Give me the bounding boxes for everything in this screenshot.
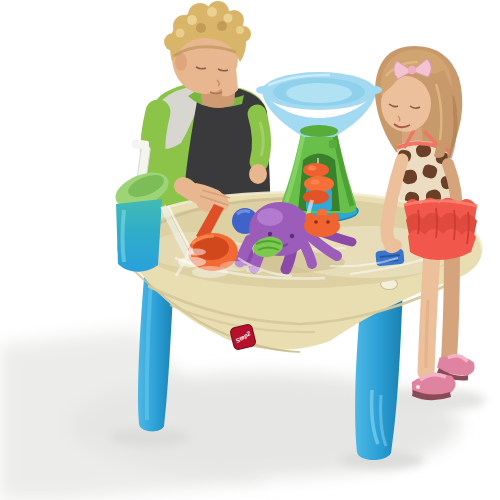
octopus-eye <box>290 234 294 238</box>
crab-eye <box>326 220 330 224</box>
product-photo: Step2 <box>0 0 500 500</box>
step2-logo-badge: Step2 <box>230 324 257 351</box>
boy-far-hand <box>249 164 267 184</box>
scene-illustration: Step2 <box>0 0 500 500</box>
girl-tutu <box>404 198 477 260</box>
crab-eye <box>314 220 318 224</box>
octopus-eye <box>268 232 272 236</box>
tower-emboss <box>329 140 337 148</box>
